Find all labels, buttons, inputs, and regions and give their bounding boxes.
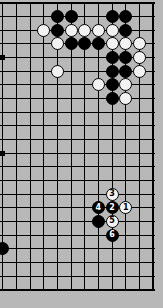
move-number-label: 3 (109, 190, 115, 198)
grid-line-horizontal (0, 221, 155, 222)
go-stone-black[interactable] (92, 37, 105, 50)
go-stone-black-move-4[interactable]: 4 (92, 201, 105, 214)
go-stone-black[interactable] (119, 65, 132, 78)
grid-line-horizontal (0, 180, 155, 181)
move-number-label: 1 (123, 204, 129, 212)
go-stone-white[interactable] (119, 92, 132, 105)
grid-line-horizontal (0, 2, 155, 4)
grid-line-horizontal (0, 248, 155, 249)
go-stone-black[interactable] (119, 10, 132, 23)
move-number-label: 4 (96, 204, 102, 212)
go-stone-white[interactable] (106, 37, 119, 50)
go-stone-black[interactable] (51, 10, 64, 23)
go-stone-white-move-5[interactable]: 5 (106, 215, 119, 228)
go-stone-white-move-3[interactable]: 3 (106, 188, 119, 201)
grid-line-horizontal (0, 235, 155, 236)
go-stone-white[interactable] (119, 78, 132, 91)
go-stone-black[interactable] (65, 10, 78, 23)
go-stone-white[interactable] (51, 37, 64, 50)
grid-line-horizontal (0, 276, 155, 277)
grid-line-horizontal (0, 166, 155, 167)
go-stone-black[interactable] (51, 24, 64, 37)
go-stone-white[interactable] (106, 24, 119, 37)
go-stone-black[interactable] (0, 242, 9, 255)
go-stone-black-move-2[interactable]: 2 (106, 201, 119, 214)
go-stone-black[interactable] (65, 37, 78, 50)
go-stone-white[interactable] (119, 37, 132, 50)
go-stone-white-move-1[interactable]: 1 (119, 201, 132, 214)
go-stone-white[interactable] (92, 78, 105, 91)
go-stone-white[interactable] (78, 24, 91, 37)
grid-line-horizontal (0, 125, 155, 126)
move-number-label: 6 (109, 231, 115, 239)
go-stone-black[interactable] (119, 51, 132, 64)
star-point-marker (0, 55, 5, 60)
go-stone-white[interactable] (133, 37, 146, 50)
go-stone-black-move-6[interactable]: 6 (106, 229, 119, 242)
move-number-label: 5 (109, 217, 115, 225)
go-stone-black[interactable] (106, 51, 119, 64)
go-stone-white[interactable] (37, 24, 50, 37)
grid-line-horizontal (0, 139, 155, 140)
go-stone-white[interactable] (92, 24, 105, 37)
grid-line-horizontal (0, 262, 155, 263)
go-stone-black[interactable] (92, 215, 105, 228)
go-stone-black[interactable] (78, 37, 91, 50)
go-stone-black[interactable] (106, 92, 119, 105)
move-number-label: 2 (109, 204, 115, 212)
go-stone-white[interactable] (51, 65, 64, 78)
grid-line-horizontal (0, 289, 155, 291)
grid-line-horizontal (0, 153, 155, 154)
grid-line-horizontal (0, 194, 155, 195)
go-stone-white[interactable] (133, 65, 146, 78)
go-stone-black[interactable] (119, 24, 132, 37)
go-board[interactable]: 342156 (0, 0, 163, 308)
go-stone-black[interactable] (106, 78, 119, 91)
go-stone-white[interactable] (133, 51, 146, 64)
go-stone-black[interactable] (106, 65, 119, 78)
go-stone-black[interactable] (106, 10, 119, 23)
star-point-marker (0, 151, 5, 156)
grid-line-horizontal (0, 112, 155, 113)
go-stone-white[interactable] (65, 24, 78, 37)
